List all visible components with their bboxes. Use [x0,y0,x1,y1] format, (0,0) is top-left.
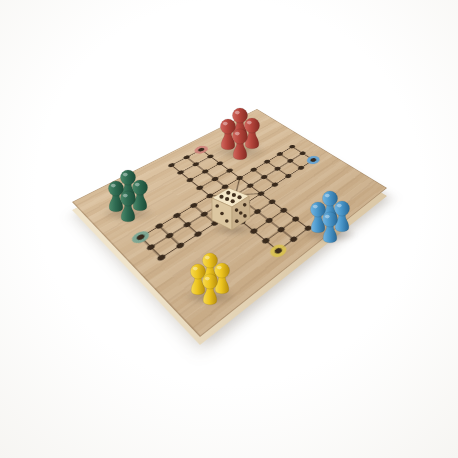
peg-head [232,129,247,144]
peg-highlight [313,205,318,209]
peg-highlight [223,122,228,126]
peg-highlight [111,184,116,188]
product-photo-stage [0,0,458,458]
peg-head [322,212,337,227]
die-pip [243,214,247,218]
die-pip [237,195,241,199]
die-pip [219,195,223,199]
die-pip [225,219,229,223]
die-pip [243,203,247,207]
die-pip [231,199,235,203]
die-pip [235,208,239,212]
peg-green [116,190,140,226]
die-pip [239,211,243,215]
peg-cluster-red [195,104,285,194]
peg-highlight [193,267,198,271]
peg-body [121,205,135,222]
peg-highlight [123,173,128,177]
peg-highlight [205,277,210,281]
peg-body [233,143,247,160]
die-pip [215,204,219,208]
peg-highlight [235,111,240,115]
die-pip [226,191,230,195]
die-pip [225,197,229,201]
peg-highlight [217,266,222,270]
peg-body [203,288,217,305]
peg-body [323,226,337,243]
peg-highlight [325,215,330,219]
peg-head [120,191,135,206]
peg-blue [318,211,342,247]
peg-highlight [135,183,140,187]
peg-cluster-yellow [165,249,255,339]
peg-highlight [337,204,342,208]
peg-yellow [198,273,222,309]
die-pip [220,212,224,216]
peg-head [202,274,217,289]
die-pip [235,219,239,223]
peg-highlight [235,132,240,136]
peg-red [228,128,252,164]
die-pip [232,193,236,197]
peg-highlight [205,256,210,260]
die [209,185,253,233]
peg-cluster-green [83,166,173,256]
peg-highlight [247,121,252,125]
peg-cluster-blue [285,187,375,277]
peg-highlight [325,194,330,198]
peg-highlight [123,194,128,198]
